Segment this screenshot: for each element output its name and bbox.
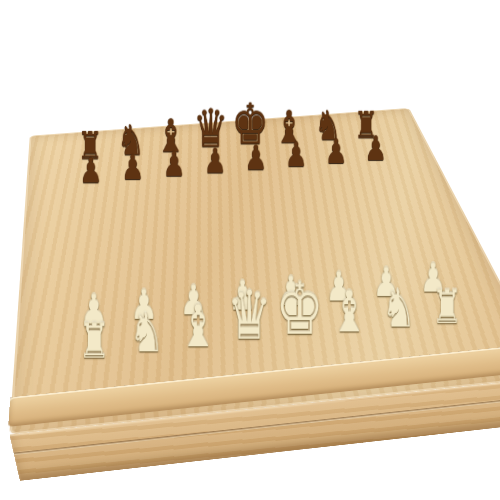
- peg-hole: [345, 208, 359, 216]
- chess-set: ♜♞♝♛♚♝♞♜♟♟♟♟♟♟♟♟♟♟♟♟♟♟♟♟♜♞♝♛♚♝♞♜: [9, 108, 500, 435]
- square-d4[interactable]: [204, 234, 255, 266]
- peg-hole: [303, 212, 317, 220]
- peg-hole: [355, 234, 369, 242]
- peg-hole: [212, 194, 224, 201]
- piece-white-bishop[interactable]: ♝: [178, 297, 217, 355]
- square-h7[interactable]: ♟: [350, 149, 399, 174]
- peg-hole: [174, 222, 187, 230]
- square-h6[interactable]: [358, 171, 409, 198]
- square-g5[interactable]: [327, 198, 379, 227]
- piece-black-pawn[interactable]: ♟: [162, 146, 185, 180]
- square-b1[interactable]: ♞: [119, 334, 173, 375]
- square-g6[interactable]: [318, 174, 368, 201]
- square-h4[interactable]: [378, 219, 433, 250]
- peg-hole: [86, 257, 99, 266]
- square-b6[interactable]: [112, 190, 157, 218]
- wooden-case-top: ♜♞♝♛♚♝♞♜♟♟♟♟♟♟♟♟♟♟♟♟♟♟♟♟♜♞♝♛♚♝♞♜: [9, 108, 500, 435]
- chess-board: ♜♞♝♛♚♝♞♜♟♟♟♟♟♟♟♟♟♟♟♟♟♟♟♟♜♞♝♛♚♝♞♜: [65, 127, 479, 382]
- peg-hole: [377, 180, 391, 187]
- peg-hole: [85, 204, 97, 212]
- square-d6[interactable]: [195, 184, 242, 212]
- square-g7[interactable]: ♟: [311, 152, 359, 177]
- square-e5[interactable]: [242, 205, 292, 235]
- square-c1[interactable]: ♝: [169, 329, 225, 370]
- peg-hole: [132, 253, 145, 262]
- piece-black-pawn[interactable]: ♟: [244, 140, 267, 174]
- peg-hole: [85, 230, 97, 238]
- square-f4[interactable]: [292, 227, 345, 258]
- square-c5[interactable]: [156, 212, 204, 242]
- peg-hole: [336, 184, 349, 191]
- piece-white-king[interactable]: ♚: [275, 273, 323, 345]
- piece-white-knight[interactable]: ♞: [128, 307, 164, 360]
- peg-hole: [295, 187, 308, 194]
- piece-white-bishop[interactable]: ♝: [330, 283, 368, 340]
- square-f1[interactable]: ♝: [318, 315, 378, 354]
- peg-hole: [387, 204, 401, 212]
- scene: ♜♞♝♛♚♝♞♜♟♟♟♟♟♟♟♟♟♟♟♟♟♟♟♟♜♞♝♛♚♝♞♜: [25, 13, 475, 463]
- square-c6[interactable]: [154, 187, 200, 215]
- square-e7[interactable]: ♟: [232, 158, 278, 184]
- square-f7[interactable]: ♟: [271, 155, 318, 181]
- square-g1[interactable]: ♞: [366, 310, 427, 349]
- square-c7[interactable]: ♟: [151, 164, 195, 190]
- peg-hole: [267, 242, 281, 250]
- square-b5[interactable]: [113, 215, 159, 245]
- square-e6[interactable]: [237, 180, 285, 208]
- square-h5[interactable]: [368, 194, 421, 223]
- square-h1[interactable]: ♜: [414, 306, 477, 344]
- square-a1[interactable]: ♜: [68, 339, 121, 381]
- piece-white-rook[interactable]: ♜: [431, 284, 462, 330]
- piece-black-pawn[interactable]: ♟: [324, 134, 347, 168]
- square-d1[interactable]: ♛: [219, 324, 276, 364]
- square-e4[interactable]: [248, 230, 300, 262]
- square-f5[interactable]: [285, 201, 336, 230]
- square-b4[interactable]: [114, 242, 162, 275]
- peg-hole: [170, 197, 182, 204]
- peg-hole: [398, 230, 413, 238]
- peg-hole: [217, 219, 230, 227]
- piece-black-pawn[interactable]: ♟: [364, 131, 386, 165]
- square-f6[interactable]: [278, 177, 327, 204]
- square-e1[interactable]: ♚: [269, 320, 328, 360]
- square-a5[interactable]: [69, 219, 115, 250]
- product-photo: ♜♞♝♛♚♝♞♜♟♟♟♟♟♟♟♟♟♟♟♟♟♟♟♟♜♞♝♛♚♝♞♜: [0, 0, 500, 500]
- peg-hole: [260, 215, 273, 223]
- piece-black-pawn[interactable]: ♟: [79, 153, 102, 188]
- square-g4[interactable]: [335, 223, 389, 254]
- peg-hole: [128, 201, 140, 209]
- square-d7[interactable]: ♟: [192, 161, 237, 187]
- peg-hole: [311, 238, 325, 246]
- piece-black-pawn[interactable]: ♟: [203, 143, 226, 177]
- piece-white-queen[interactable]: ♛: [226, 282, 271, 350]
- square-a6[interactable]: [69, 194, 113, 223]
- piece-white-rook[interactable]: ♜: [78, 317, 110, 365]
- peg-hole: [130, 226, 142, 234]
- piece-black-pawn[interactable]: ♟: [121, 150, 144, 184]
- piece-black-pawn[interactable]: ♟: [284, 137, 307, 171]
- square-a4[interactable]: [68, 246, 115, 279]
- square-c4[interactable]: [159, 238, 208, 270]
- square-d5[interactable]: [200, 208, 249, 238]
- square-a7[interactable]: ♟: [69, 170, 111, 197]
- square-b7[interactable]: ♟: [110, 167, 153, 194]
- peg-hole: [177, 249, 190, 258]
- piece-white-knight[interactable]: ♞: [381, 283, 416, 335]
- peg-hole: [222, 245, 235, 254]
- peg-hole: [254, 190, 267, 197]
